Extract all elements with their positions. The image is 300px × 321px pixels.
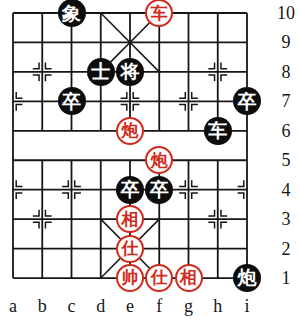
red-cannon-piece[interactable]: 炮	[116, 117, 144, 145]
red-chariot-piece[interactable]: 车	[145, 0, 173, 27]
black-soldier-glyph: 卒	[121, 180, 140, 199]
rank-label-1: 1	[272, 268, 300, 288]
rank-label-6: 6	[272, 121, 300, 141]
black-elephant-glyph: 象	[62, 4, 81, 23]
red-chariot-glyph: 车	[151, 5, 168, 22]
black-elephant-piece[interactable]: 象	[58, 0, 86, 27]
rank-label-8: 8	[272, 62, 300, 82]
red-elephant-glyph: 相	[122, 211, 139, 228]
file-label-a: a	[2, 295, 24, 317]
rank-label-2: 2	[272, 239, 300, 259]
rank-label-5: 5	[272, 150, 300, 170]
black-king-piece[interactable]: 将	[116, 58, 144, 86]
black-chariot-piece[interactable]: 车	[204, 117, 232, 145]
black-king-glyph: 将	[121, 62, 140, 81]
red-elephant-glyph: 相	[180, 269, 197, 286]
red-cannon-glyph: 炮	[151, 152, 168, 169]
black-soldier-piece[interactable]: 卒	[233, 87, 261, 115]
black-chariot-glyph: 车	[208, 121, 227, 140]
file-label-e: e	[119, 295, 141, 317]
red-elephant-piece[interactable]: 相	[116, 205, 144, 233]
rank-label-7: 7	[272, 91, 300, 111]
rank-label-10: 10	[272, 3, 300, 23]
black-cannon-piece[interactable]: 炮	[233, 264, 261, 292]
red-advisor-piece[interactable]: 仕	[116, 235, 144, 263]
red-advisor-glyph: 仕	[122, 240, 139, 257]
red-cannon-glyph: 炮	[122, 122, 139, 139]
black-soldier-piece[interactable]: 卒	[116, 176, 144, 204]
pieces-layer: 象车士将卒卒炮车炮卒卒相仕帅仕相炮	[0, 0, 262, 293]
file-label-g: g	[178, 295, 200, 317]
file-label-c: c	[61, 295, 83, 317]
rank-label-4: 4	[272, 180, 300, 200]
red-king-glyph: 帅	[122, 269, 139, 286]
red-advisor-glyph: 仕	[151, 269, 168, 286]
rank-label-3: 3	[272, 209, 300, 229]
red-advisor-piece[interactable]: 仕	[145, 264, 173, 292]
file-label-i: i	[236, 295, 258, 317]
black-soldier-piece[interactable]: 卒	[58, 87, 86, 115]
black-soldier-glyph: 卒	[150, 180, 169, 199]
black-soldier-glyph: 卒	[62, 92, 81, 111]
xiangqi-diagram: 象车士将卒卒炮车炮卒卒相仕帅仕相炮 10987654321 abcdefghi	[0, 0, 300, 321]
red-king-piece[interactable]: 帅	[116, 264, 144, 292]
rank-label-9: 9	[272, 32, 300, 52]
file-label-f: f	[148, 295, 170, 317]
black-advisor-glyph: 士	[91, 62, 110, 81]
red-cannon-piece[interactable]: 炮	[145, 146, 173, 174]
black-soldier-piece[interactable]: 卒	[145, 176, 173, 204]
red-elephant-piece[interactable]: 相	[175, 264, 203, 292]
file-label-h: h	[207, 295, 229, 317]
file-label-d: d	[90, 295, 112, 317]
black-soldier-glyph: 卒	[238, 92, 257, 111]
black-cannon-glyph: 炮	[238, 268, 257, 287]
black-advisor-piece[interactable]: 士	[87, 58, 115, 86]
file-label-b: b	[31, 295, 53, 317]
